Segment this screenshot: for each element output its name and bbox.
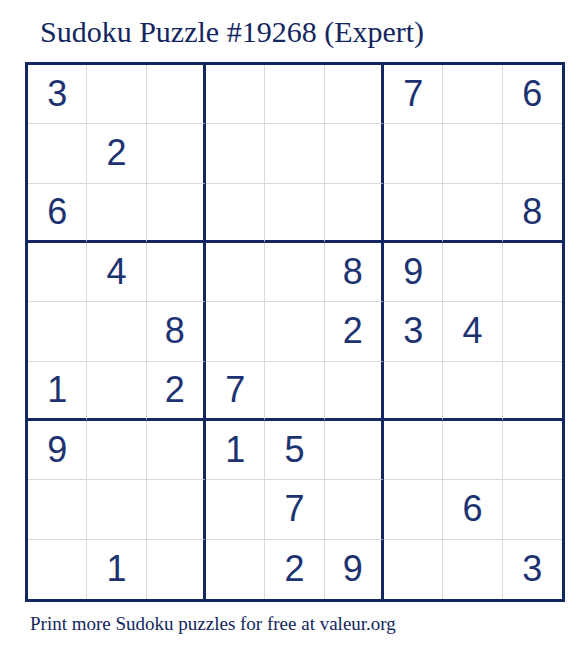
- cell-r1c1[interactable]: 3: [28, 65, 87, 124]
- cell-r4c9[interactable]: [503, 243, 562, 302]
- cell-r7c2[interactable]: [87, 421, 146, 480]
- cell-r8c3[interactable]: [147, 480, 206, 539]
- cell-r4c5[interactable]: [265, 243, 324, 302]
- cell-r2c9[interactable]: [503, 124, 562, 183]
- cell-r3c8[interactable]: [443, 184, 502, 243]
- cell-r6c3[interactable]: 2: [147, 362, 206, 421]
- cell-r1c5[interactable]: [265, 65, 324, 124]
- cell-r9c2[interactable]: 1: [87, 540, 146, 599]
- footer-text: Print more Sudoku puzzles for free at va…: [30, 613, 396, 635]
- cell-r7c4[interactable]: 1: [206, 421, 265, 480]
- cell-r7c9[interactable]: [503, 421, 562, 480]
- cell-r6c8[interactable]: [443, 362, 502, 421]
- page-title: Sudoku Puzzle #19268 (Expert): [40, 14, 424, 50]
- cell-r7c3[interactable]: [147, 421, 206, 480]
- cell-r6c1[interactable]: 1: [28, 362, 87, 421]
- cell-r3c9[interactable]: 8: [503, 184, 562, 243]
- cell-r2c6[interactable]: [325, 124, 384, 183]
- cell-r3c2[interactable]: [87, 184, 146, 243]
- cell-r5c3[interactable]: 8: [147, 302, 206, 361]
- cell-r2c5[interactable]: [265, 124, 324, 183]
- cell-r8c7[interactable]: [384, 480, 443, 539]
- cell-r5c7[interactable]: 3: [384, 302, 443, 361]
- cell-r2c4[interactable]: [206, 124, 265, 183]
- cell-r6c4[interactable]: 7: [206, 362, 265, 421]
- cell-r9c6[interactable]: 9: [325, 540, 384, 599]
- cell-r2c1[interactable]: [28, 124, 87, 183]
- cell-r7c8[interactable]: [443, 421, 502, 480]
- cell-r9c7[interactable]: [384, 540, 443, 599]
- cell-r3c6[interactable]: [325, 184, 384, 243]
- cell-r6c7[interactable]: [384, 362, 443, 421]
- cell-r4c2[interactable]: 4: [87, 243, 146, 302]
- cell-r5c8[interactable]: 4: [443, 302, 502, 361]
- cell-r8c2[interactable]: [87, 480, 146, 539]
- cell-r6c5[interactable]: [265, 362, 324, 421]
- cell-r4c3[interactable]: [147, 243, 206, 302]
- cell-r5c5[interactable]: [265, 302, 324, 361]
- cell-r1c3[interactable]: [147, 65, 206, 124]
- cell-r1c2[interactable]: [87, 65, 146, 124]
- cell-r2c3[interactable]: [147, 124, 206, 183]
- cell-r5c2[interactable]: [87, 302, 146, 361]
- cell-r3c4[interactable]: [206, 184, 265, 243]
- cell-r5c9[interactable]: [503, 302, 562, 361]
- cell-r3c1[interactable]: 6: [28, 184, 87, 243]
- cell-r9c9[interactable]: 3: [503, 540, 562, 599]
- cell-r4c1[interactable]: [28, 243, 87, 302]
- cell-r9c3[interactable]: [147, 540, 206, 599]
- cell-r8c9[interactable]: [503, 480, 562, 539]
- cell-r4c6[interactable]: 8: [325, 243, 384, 302]
- cell-r1c6[interactable]: [325, 65, 384, 124]
- cell-r1c7[interactable]: 7: [384, 65, 443, 124]
- cell-r9c4[interactable]: [206, 540, 265, 599]
- cell-r7c5[interactable]: 5: [265, 421, 324, 480]
- cell-r1c4[interactable]: [206, 65, 265, 124]
- cell-r1c9[interactable]: 6: [503, 65, 562, 124]
- cell-r1c8[interactable]: [443, 65, 502, 124]
- cell-r4c4[interactable]: [206, 243, 265, 302]
- cell-r7c7[interactable]: [384, 421, 443, 480]
- cell-r8c1[interactable]: [28, 480, 87, 539]
- cell-r3c5[interactable]: [265, 184, 324, 243]
- cell-r8c6[interactable]: [325, 480, 384, 539]
- cell-r6c2[interactable]: [87, 362, 146, 421]
- cell-r9c8[interactable]: [443, 540, 502, 599]
- cell-r5c4[interactable]: [206, 302, 265, 361]
- cell-r9c5[interactable]: 2: [265, 540, 324, 599]
- cell-r7c6[interactable]: [325, 421, 384, 480]
- cell-r4c7[interactable]: 9: [384, 243, 443, 302]
- cell-r4c8[interactable]: [443, 243, 502, 302]
- cell-r3c7[interactable]: [384, 184, 443, 243]
- cell-r5c1[interactable]: [28, 302, 87, 361]
- cell-r2c7[interactable]: [384, 124, 443, 183]
- cell-r8c4[interactable]: [206, 480, 265, 539]
- cell-r2c2[interactable]: 2: [87, 124, 146, 183]
- sudoku-grid: 3762684898234127915761293: [25, 62, 565, 602]
- sudoku-page: Sudoku Puzzle #19268 (Expert) 3762684898…: [0, 0, 580, 651]
- cell-r8c5[interactable]: 7: [265, 480, 324, 539]
- cell-r9c1[interactable]: [28, 540, 87, 599]
- cell-r7c1[interactable]: 9: [28, 421, 87, 480]
- cell-r2c8[interactable]: [443, 124, 502, 183]
- cell-r6c6[interactable]: [325, 362, 384, 421]
- cell-r8c8[interactable]: 6: [443, 480, 502, 539]
- cell-r6c9[interactable]: [503, 362, 562, 421]
- cell-r5c6[interactable]: 2: [325, 302, 384, 361]
- cell-r3c3[interactable]: [147, 184, 206, 243]
